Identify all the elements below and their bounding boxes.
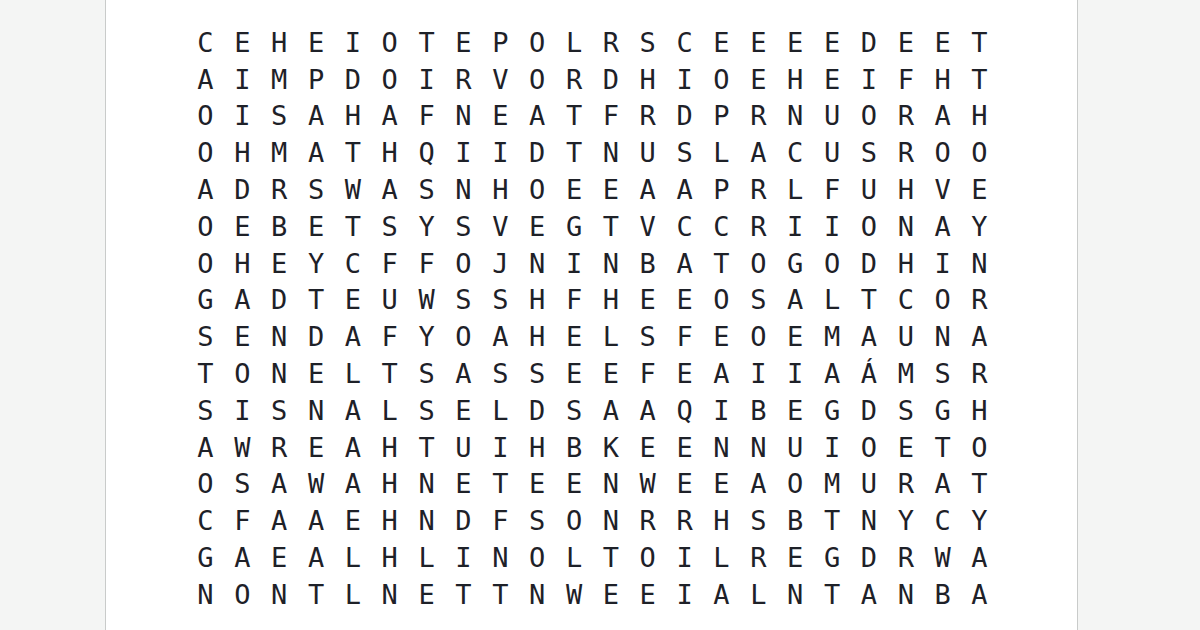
grid-cell-r9c14[interactable]: F (666, 318, 703, 355)
grid-cell-r12c16[interactable]: N (740, 429, 777, 466)
grid-cell-r15c2[interactable]: A (224, 539, 261, 576)
grid-cell-r10c19[interactable]: Á (850, 355, 887, 392)
grid-cell-r16c7[interactable]: E (408, 576, 445, 613)
grid-cell-r3c20[interactable]: R (887, 98, 924, 135)
grid-cell-r9c5[interactable]: A (334, 318, 371, 355)
grid-cell-r1c12[interactable]: R (592, 24, 629, 61)
grid-cell-r7c22[interactable]: N (961, 245, 998, 282)
grid-cell-r14c3[interactable]: A (261, 502, 298, 539)
grid-cell-r9c1[interactable]: S (187, 318, 224, 355)
grid-cell-r1c1[interactable]: C (187, 24, 224, 61)
grid-cell-r12c1[interactable]: A (187, 429, 224, 466)
grid-cell-r8c2[interactable]: A (224, 282, 261, 319)
grid-cell-r12c20[interactable]: E (887, 429, 924, 466)
grid-cell-r6c3[interactable]: B (261, 208, 298, 245)
grid-cell-r13c15[interactable]: E (703, 466, 740, 503)
grid-cell-r14c9[interactable]: F (482, 502, 519, 539)
grid-cell-r1c16[interactable]: E (740, 24, 777, 61)
grid-cell-r13c1[interactable]: O (187, 466, 224, 503)
grid-cell-r1c21[interactable]: E (924, 24, 961, 61)
grid-cell-r6c18[interactable]: I (814, 208, 851, 245)
grid-cell-r2c19[interactable]: I (850, 61, 887, 98)
grid-cell-r5c11[interactable]: E (556, 171, 593, 208)
grid-cell-r8c7[interactable]: W (408, 282, 445, 319)
grid-cell-r14c14[interactable]: R (666, 502, 703, 539)
grid-cell-r1c15[interactable]: E (703, 24, 740, 61)
grid-cell-r2c3[interactable]: M (261, 61, 298, 98)
grid-cell-r11c17[interactable]: E (777, 392, 814, 429)
grid-cell-r12c15[interactable]: N (703, 429, 740, 466)
grid-cell-r10c14[interactable]: E (666, 355, 703, 392)
grid-cell-r14c20[interactable]: Y (887, 502, 924, 539)
grid-cell-r11c16[interactable]: B (740, 392, 777, 429)
grid-cell-r1c2[interactable]: E (224, 24, 261, 61)
grid-cell-r1c6[interactable]: O (371, 24, 408, 61)
grid-cell-r15c20[interactable]: R (887, 539, 924, 576)
grid-cell-r6c15[interactable]: C (703, 208, 740, 245)
grid-cell-r9c16[interactable]: O (740, 318, 777, 355)
grid-cell-r7c3[interactable]: E (261, 245, 298, 282)
grid-cell-r2c5[interactable]: D (334, 61, 371, 98)
grid-cell-r7c4[interactable]: Y (298, 245, 335, 282)
grid-cell-r12c5[interactable]: A (334, 429, 371, 466)
grid-cell-r5c4[interactable]: S (298, 171, 335, 208)
grid-cell-r12c22[interactable]: O (961, 429, 998, 466)
grid-cell-r16c19[interactable]: A (850, 576, 887, 613)
grid-cell-r7c1[interactable]: O (187, 245, 224, 282)
grid-cell-r5c2[interactable]: D (224, 171, 261, 208)
grid-cell-r3c19[interactable]: O (850, 98, 887, 135)
grid-cell-r9c13[interactable]: S (629, 318, 666, 355)
grid-cell-r13c12[interactable]: N (592, 466, 629, 503)
grid-cell-r13c13[interactable]: W (629, 466, 666, 503)
grid-cell-r3c12[interactable]: F (592, 98, 629, 135)
grid-cell-r4c16[interactable]: A (740, 134, 777, 171)
grid-cell-r13c20[interactable]: R (887, 466, 924, 503)
grid-cell-r13c7[interactable]: N (408, 466, 445, 503)
grid-cell-r11c1[interactable]: S (187, 392, 224, 429)
grid-cell-r1c7[interactable]: T (408, 24, 445, 61)
grid-cell-r9c10[interactable]: H (519, 318, 556, 355)
grid-cell-r11c4[interactable]: N (298, 392, 335, 429)
grid-cell-r10c21[interactable]: S (924, 355, 961, 392)
grid-cell-r8c10[interactable]: H (519, 282, 556, 319)
grid-cell-r15c11[interactable]: L (556, 539, 593, 576)
grid-cell-r12c2[interactable]: W (224, 429, 261, 466)
grid-cell-r13c3[interactable]: A (261, 466, 298, 503)
grid-cell-r12c7[interactable]: T (408, 429, 445, 466)
grid-cell-r8c22[interactable]: R (961, 282, 998, 319)
grid-cell-r11c21[interactable]: G (924, 392, 961, 429)
grid-cell-r1c11[interactable]: L (556, 24, 593, 61)
grid-cell-r9c17[interactable]: E (777, 318, 814, 355)
grid-cell-r12c12[interactable]: K (592, 429, 629, 466)
grid-cell-r14c2[interactable]: F (224, 502, 261, 539)
grid-cell-r1c8[interactable]: E (445, 24, 482, 61)
grid-cell-r8c19[interactable]: T (850, 282, 887, 319)
grid-cell-r5c16[interactable]: R (740, 171, 777, 208)
grid-cell-r7c9[interactable]: J (482, 245, 519, 282)
grid-cell-r1c3[interactable]: H (261, 24, 298, 61)
grid-cell-r8c12[interactable]: H (592, 282, 629, 319)
grid-cell-r9c2[interactable]: E (224, 318, 261, 355)
grid-cell-r13c5[interactable]: A (334, 466, 371, 503)
grid-cell-r14c6[interactable]: H (371, 502, 408, 539)
grid-cell-r13c16[interactable]: A (740, 466, 777, 503)
grid-cell-r3c16[interactable]: R (740, 98, 777, 135)
grid-cell-r16c17[interactable]: N (777, 576, 814, 613)
grid-cell-r11c7[interactable]: S (408, 392, 445, 429)
grid-cell-r1c17[interactable]: E (777, 24, 814, 61)
grid-cell-r13c18[interactable]: M (814, 466, 851, 503)
grid-cell-r15c13[interactable]: O (629, 539, 666, 576)
grid-cell-r2c1[interactable]: A (187, 61, 224, 98)
grid-cell-r6c22[interactable]: Y (961, 208, 998, 245)
grid-cell-r16c18[interactable]: T (814, 576, 851, 613)
grid-cell-r9c11[interactable]: E (556, 318, 593, 355)
grid-cell-r4c17[interactable]: C (777, 134, 814, 171)
grid-cell-r3c6[interactable]: A (371, 98, 408, 135)
grid-cell-r5c6[interactable]: A (371, 171, 408, 208)
grid-cell-r3c10[interactable]: A (519, 98, 556, 135)
grid-cell-r8c20[interactable]: C (887, 282, 924, 319)
grid-cell-r14c12[interactable]: N (592, 502, 629, 539)
grid-cell-r16c12[interactable]: E (592, 576, 629, 613)
grid-cell-r16c11[interactable]: W (556, 576, 593, 613)
grid-cell-r14c10[interactable]: S (519, 502, 556, 539)
grid-cell-r9c21[interactable]: N (924, 318, 961, 355)
grid-cell-r13c9[interactable]: T (482, 466, 519, 503)
grid-cell-r4c12[interactable]: N (592, 134, 629, 171)
grid-cell-r7c10[interactable]: N (519, 245, 556, 282)
grid-cell-r4c14[interactable]: S (666, 134, 703, 171)
grid-cell-r1c5[interactable]: I (334, 24, 371, 61)
grid-cell-r8c1[interactable]: G (187, 282, 224, 319)
grid-cell-r16c3[interactable]: N (261, 576, 298, 613)
grid-cell-r8c16[interactable]: S (740, 282, 777, 319)
grid-cell-r14c13[interactable]: R (629, 502, 666, 539)
grid-cell-r3c21[interactable]: A (924, 98, 961, 135)
grid-cell-r4c20[interactable]: R (887, 134, 924, 171)
grid-cell-r15c1[interactable]: G (187, 539, 224, 576)
grid-cell-r3c1[interactable]: O (187, 98, 224, 135)
grid-cell-r13c19[interactable]: U (850, 466, 887, 503)
grid-cell-r5c8[interactable]: N (445, 171, 482, 208)
grid-cell-r10c2[interactable]: O (224, 355, 261, 392)
grid-cell-r7c6[interactable]: F (371, 245, 408, 282)
grid-cell-r3c22[interactable]: H (961, 98, 998, 135)
grid-cell-r4c10[interactable]: D (519, 134, 556, 171)
grid-cell-r2c11[interactable]: R (556, 61, 593, 98)
grid-cell-r7c8[interactable]: O (445, 245, 482, 282)
grid-cell-r15c5[interactable]: L (334, 539, 371, 576)
grid-cell-r4c11[interactable]: T (556, 134, 593, 171)
grid-cell-r10c1[interactable]: T (187, 355, 224, 392)
grid-cell-r12c13[interactable]: E (629, 429, 666, 466)
grid-cell-r2c4[interactable]: P (298, 61, 335, 98)
grid-cell-r8c8[interactable]: S (445, 282, 482, 319)
grid-cell-r3c15[interactable]: P (703, 98, 740, 135)
grid-cell-r5c20[interactable]: H (887, 171, 924, 208)
grid-cell-r14c17[interactable]: B (777, 502, 814, 539)
grid-cell-r4c15[interactable]: L (703, 134, 740, 171)
grid-cell-r13c2[interactable]: S (224, 466, 261, 503)
grid-cell-r15c8[interactable]: I (445, 539, 482, 576)
grid-cell-r8c6[interactable]: U (371, 282, 408, 319)
grid-cell-r11c11[interactable]: S (556, 392, 593, 429)
grid-cell-r15c19[interactable]: D (850, 539, 887, 576)
grid-cell-r11c12[interactable]: A (592, 392, 629, 429)
grid-cell-r15c7[interactable]: L (408, 539, 445, 576)
grid-cell-r13c6[interactable]: H (371, 466, 408, 503)
grid-cell-r4c19[interactable]: S (850, 134, 887, 171)
grid-cell-r6c14[interactable]: C (666, 208, 703, 245)
grid-cell-r5c7[interactable]: S (408, 171, 445, 208)
grid-cell-r1c14[interactable]: C (666, 24, 703, 61)
grid-cell-r12c14[interactable]: E (666, 429, 703, 466)
grid-cell-r3c8[interactable]: N (445, 98, 482, 135)
grid-cell-r14c16[interactable]: S (740, 502, 777, 539)
grid-cell-r14c15[interactable]: H (703, 502, 740, 539)
grid-cell-r1c19[interactable]: D (850, 24, 887, 61)
grid-cell-r7c12[interactable]: N (592, 245, 629, 282)
grid-cell-r13c10[interactable]: E (519, 466, 556, 503)
grid-cell-r5c22[interactable]: E (961, 171, 998, 208)
grid-cell-r16c4[interactable]: T (298, 576, 335, 613)
grid-cell-r6c8[interactable]: S (445, 208, 482, 245)
grid-cell-r12c19[interactable]: O (850, 429, 887, 466)
grid-cell-r4c9[interactable]: I (482, 134, 519, 171)
grid-cell-r8c14[interactable]: E (666, 282, 703, 319)
grid-cell-r7c7[interactable]: F (408, 245, 445, 282)
grid-cell-r10c20[interactable]: M (887, 355, 924, 392)
grid-cell-r14c7[interactable]: N (408, 502, 445, 539)
grid-cell-r13c21[interactable]: A (924, 466, 961, 503)
grid-cell-r2c17[interactable]: H (777, 61, 814, 98)
grid-cell-r2c18[interactable]: E (814, 61, 851, 98)
grid-cell-r12c4[interactable]: E (298, 429, 335, 466)
grid-cell-r4c4[interactable]: A (298, 134, 335, 171)
grid-cell-r13c11[interactable]: E (556, 466, 593, 503)
grid-cell-r2c16[interactable]: E (740, 61, 777, 98)
grid-cell-r8c13[interactable]: E (629, 282, 666, 319)
grid-cell-r6c6[interactable]: S (371, 208, 408, 245)
grid-cell-r8c9[interactable]: S (482, 282, 519, 319)
grid-cell-r7c21[interactable]: I (924, 245, 961, 282)
grid-cell-r10c6[interactable]: T (371, 355, 408, 392)
grid-cell-r3c11[interactable]: T (556, 98, 593, 135)
grid-cell-r16c1[interactable]: N (187, 576, 224, 613)
grid-cell-r16c2[interactable]: O (224, 576, 261, 613)
grid-cell-r7c19[interactable]: D (850, 245, 887, 282)
grid-cell-r13c17[interactable]: O (777, 466, 814, 503)
grid-cell-r12c3[interactable]: R (261, 429, 298, 466)
grid-cell-r10c7[interactable]: S (408, 355, 445, 392)
grid-cell-r7c5[interactable]: C (334, 245, 371, 282)
grid-cell-r2c9[interactable]: V (482, 61, 519, 98)
grid-cell-r4c7[interactable]: Q (408, 134, 445, 171)
grid-cell-r12c6[interactable]: H (371, 429, 408, 466)
grid-cell-r6c16[interactable]: R (740, 208, 777, 245)
grid-cell-r6c13[interactable]: V (629, 208, 666, 245)
grid-cell-r14c22[interactable]: Y (961, 502, 998, 539)
grid-cell-r3c2[interactable]: I (224, 98, 261, 135)
grid-cell-r5c5[interactable]: W (334, 171, 371, 208)
grid-cell-r2c6[interactable]: O (371, 61, 408, 98)
grid-cell-r1c10[interactable]: O (519, 24, 556, 61)
grid-cell-r4c1[interactable]: O (187, 134, 224, 171)
grid-cell-r8c18[interactable]: L (814, 282, 851, 319)
grid-cell-r10c9[interactable]: S (482, 355, 519, 392)
grid-cell-r4c2[interactable]: H (224, 134, 261, 171)
grid-cell-r8c4[interactable]: T (298, 282, 335, 319)
grid-cell-r5c17[interactable]: L (777, 171, 814, 208)
grid-cell-r5c10[interactable]: O (519, 171, 556, 208)
grid-cell-r7c18[interactable]: O (814, 245, 851, 282)
grid-cell-r16c10[interactable]: N (519, 576, 556, 613)
grid-cell-r16c15[interactable]: A (703, 576, 740, 613)
grid-cell-r14c1[interactable]: C (187, 502, 224, 539)
grid-cell-r12c18[interactable]: I (814, 429, 851, 466)
grid-cell-r10c5[interactable]: L (334, 355, 371, 392)
grid-cell-r15c16[interactable]: R (740, 539, 777, 576)
grid-cell-r10c3[interactable]: N (261, 355, 298, 392)
grid-cell-r5c3[interactable]: R (261, 171, 298, 208)
grid-cell-r10c12[interactable]: E (592, 355, 629, 392)
grid-cell-r8c3[interactable]: D (261, 282, 298, 319)
grid-cell-r2c8[interactable]: R (445, 61, 482, 98)
grid-cell-r11c8[interactable]: E (445, 392, 482, 429)
grid-cell-r11c18[interactable]: G (814, 392, 851, 429)
grid-cell-r1c4[interactable]: E (298, 24, 335, 61)
grid-cell-r11c2[interactable]: I (224, 392, 261, 429)
grid-cell-r4c18[interactable]: U (814, 134, 851, 171)
grid-cell-r14c21[interactable]: C (924, 502, 961, 539)
grid-cell-r12c17[interactable]: U (777, 429, 814, 466)
grid-cell-r3c9[interactable]: E (482, 98, 519, 135)
grid-cell-r1c18[interactable]: E (814, 24, 851, 61)
grid-cell-r12c8[interactable]: U (445, 429, 482, 466)
grid-cell-r11c20[interactable]: S (887, 392, 924, 429)
grid-cell-r12c10[interactable]: H (519, 429, 556, 466)
grid-cell-r15c4[interactable]: A (298, 539, 335, 576)
grid-cell-r15c12[interactable]: T (592, 539, 629, 576)
grid-cell-r10c4[interactable]: E (298, 355, 335, 392)
grid-cell-r11c22[interactable]: H (961, 392, 998, 429)
grid-cell-r3c13[interactable]: R (629, 98, 666, 135)
grid-cell-r2c20[interactable]: F (887, 61, 924, 98)
grid-cell-r11c14[interactable]: Q (666, 392, 703, 429)
grid-cell-r9c22[interactable]: A (961, 318, 998, 355)
grid-cell-r9c18[interactable]: M (814, 318, 851, 355)
grid-cell-r9c7[interactable]: Y (408, 318, 445, 355)
grid-cell-r10c15[interactable]: A (703, 355, 740, 392)
grid-cell-r10c8[interactable]: A (445, 355, 482, 392)
grid-cell-r9c4[interactable]: D (298, 318, 335, 355)
grid-cell-r7c14[interactable]: A (666, 245, 703, 282)
grid-cell-r6c21[interactable]: A (924, 208, 961, 245)
grid-cell-r7c13[interactable]: B (629, 245, 666, 282)
grid-cell-r11c13[interactable]: A (629, 392, 666, 429)
grid-cell-r9c6[interactable]: F (371, 318, 408, 355)
grid-cell-r2c15[interactable]: O (703, 61, 740, 98)
grid-cell-r15c9[interactable]: N (482, 539, 519, 576)
grid-cell-r3c7[interactable]: F (408, 98, 445, 135)
grid-cell-r7c15[interactable]: T (703, 245, 740, 282)
grid-cell-r8c17[interactable]: A (777, 282, 814, 319)
grid-cell-r14c4[interactable]: A (298, 502, 335, 539)
grid-cell-r15c17[interactable]: E (777, 539, 814, 576)
grid-cell-r16c9[interactable]: T (482, 576, 519, 613)
grid-cell-r4c13[interactable]: U (629, 134, 666, 171)
grid-cell-r6c12[interactable]: T (592, 208, 629, 245)
grid-cell-r7c17[interactable]: G (777, 245, 814, 282)
grid-cell-r15c6[interactable]: H (371, 539, 408, 576)
grid-cell-r6c11[interactable]: G (556, 208, 593, 245)
grid-cell-r15c15[interactable]: L (703, 539, 740, 576)
grid-cell-r9c20[interactable]: U (887, 318, 924, 355)
grid-cell-r4c3[interactable]: M (261, 134, 298, 171)
grid-cell-r4c8[interactable]: I (445, 134, 482, 171)
grid-cell-r5c18[interactable]: F (814, 171, 851, 208)
grid-cell-r4c6[interactable]: H (371, 134, 408, 171)
grid-cell-r2c10[interactable]: O (519, 61, 556, 98)
grid-cell-r6c5[interactable]: T (334, 208, 371, 245)
grid-cell-r1c20[interactable]: E (887, 24, 924, 61)
grid-cell-r15c14[interactable]: I (666, 539, 703, 576)
grid-cell-r14c5[interactable]: E (334, 502, 371, 539)
grid-cell-r8c11[interactable]: F (556, 282, 593, 319)
grid-cell-r11c6[interactable]: L (371, 392, 408, 429)
grid-cell-r2c12[interactable]: D (592, 61, 629, 98)
grid-cell-r16c8[interactable]: T (445, 576, 482, 613)
grid-cell-r10c13[interactable]: F (629, 355, 666, 392)
grid-cell-r10c11[interactable]: E (556, 355, 593, 392)
grid-cell-r11c3[interactable]: S (261, 392, 298, 429)
grid-cell-r8c15[interactable]: O (703, 282, 740, 319)
grid-cell-r2c21[interactable]: H (924, 61, 961, 98)
grid-cell-r15c22[interactable]: A (961, 539, 998, 576)
grid-cell-r11c15[interactable]: I (703, 392, 740, 429)
grid-cell-r12c9[interactable]: I (482, 429, 519, 466)
grid-cell-r7c2[interactable]: H (224, 245, 261, 282)
grid-cell-r7c11[interactable]: I (556, 245, 593, 282)
grid-cell-r3c4[interactable]: A (298, 98, 335, 135)
grid-cell-r11c5[interactable]: A (334, 392, 371, 429)
grid-cell-r13c14[interactable]: E (666, 466, 703, 503)
grid-cell-r14c8[interactable]: D (445, 502, 482, 539)
grid-cell-r12c11[interactable]: B (556, 429, 593, 466)
grid-cell-r7c16[interactable]: O (740, 245, 777, 282)
grid-cell-r9c19[interactable]: A (850, 318, 887, 355)
grid-cell-r11c9[interactable]: L (482, 392, 519, 429)
grid-cell-r15c21[interactable]: W (924, 539, 961, 576)
grid-cell-r5c1[interactable]: A (187, 171, 224, 208)
grid-cell-r6c9[interactable]: V (482, 208, 519, 245)
grid-cell-r10c18[interactable]: A (814, 355, 851, 392)
grid-cell-r5c13[interactable]: A (629, 171, 666, 208)
grid-cell-r6c19[interactable]: O (850, 208, 887, 245)
grid-cell-r9c3[interactable]: N (261, 318, 298, 355)
grid-cell-r14c11[interactable]: O (556, 502, 593, 539)
grid-cell-r6c4[interactable]: E (298, 208, 335, 245)
grid-cell-r9c15[interactable]: E (703, 318, 740, 355)
grid-cell-r8c5[interactable]: E (334, 282, 371, 319)
grid-cell-r10c22[interactable]: R (961, 355, 998, 392)
grid-cell-r8c21[interactable]: O (924, 282, 961, 319)
grid-cell-r10c17[interactable]: I (777, 355, 814, 392)
grid-cell-r5c19[interactable]: U (850, 171, 887, 208)
